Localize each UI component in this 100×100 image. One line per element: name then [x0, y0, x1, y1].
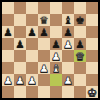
square-g3[interactable] [74, 62, 86, 74]
square-a3[interactable] [2, 62, 14, 74]
white-pawn-piece[interactable]: ♟ [62, 38, 74, 50]
black-pawn-piece[interactable]: ♟ [62, 26, 74, 38]
square-g5[interactable]: ♟ [74, 38, 86, 50]
square-d8[interactable] [38, 2, 50, 14]
square-d2[interactable] [38, 74, 50, 86]
square-f4[interactable] [62, 50, 74, 62]
square-g6[interactable] [74, 26, 86, 38]
square-a5[interactable] [2, 38, 14, 50]
square-e1[interactable] [50, 86, 62, 98]
square-b2[interactable]: ♟ [14, 74, 26, 86]
square-h8[interactable] [86, 2, 98, 14]
square-h2[interactable] [86, 74, 98, 86]
square-c7[interactable] [26, 14, 38, 26]
square-e8[interactable] [50, 2, 62, 14]
square-g2[interactable] [74, 74, 86, 86]
square-a6[interactable]: ♟ [2, 26, 14, 38]
square-a1[interactable] [2, 86, 14, 98]
square-b4[interactable] [14, 50, 26, 62]
square-g8[interactable] [74, 2, 86, 14]
square-c5[interactable] [26, 38, 38, 50]
square-c3[interactable] [26, 62, 38, 74]
square-c4[interactable] [26, 50, 38, 62]
square-a8[interactable] [2, 2, 14, 14]
square-b1[interactable] [14, 86, 26, 98]
square-c6[interactable]: ♟ [26, 26, 38, 38]
square-h5[interactable] [86, 38, 98, 50]
black-pawn-piece[interactable]: ♟ [50, 38, 62, 50]
white-king-piece[interactable]: ♚ [86, 86, 98, 98]
black-pawn-piece[interactable]: ♟ [74, 38, 86, 50]
chess-board: ♛♝♚♟♟♟♟♟♟♟♟♟♛♟♝♟♟♟♟♚ [2, 2, 98, 98]
square-d4[interactable] [38, 50, 50, 62]
square-b7[interactable] [14, 14, 26, 26]
square-d7[interactable]: ♛ [38, 14, 50, 26]
square-b3[interactable] [14, 62, 26, 74]
square-e2[interactable] [50, 74, 62, 86]
square-d3[interactable]: ♟ [38, 62, 50, 74]
square-e5[interactable]: ♟ [50, 38, 62, 50]
square-a4[interactable] [2, 50, 14, 62]
square-d6[interactable]: ♟ [38, 26, 50, 38]
white-bishop-piece[interactable]: ♝ [50, 62, 62, 74]
white-pawn-piece[interactable]: ♟ [38, 62, 50, 74]
square-h3[interactable] [86, 62, 98, 74]
square-b8[interactable] [14, 2, 26, 14]
square-h7[interactable] [86, 14, 98, 26]
square-f1[interactable] [62, 86, 74, 98]
square-a7[interactable] [2, 14, 14, 26]
black-pawn-piece[interactable]: ♟ [2, 26, 14, 38]
square-g1[interactable] [74, 86, 86, 98]
square-d5[interactable] [38, 38, 50, 50]
black-bishop-piece[interactable]: ♝ [62, 14, 74, 26]
black-queen-piece[interactable]: ♛ [38, 14, 50, 26]
square-c8[interactable] [26, 2, 38, 14]
square-h6[interactable] [86, 26, 98, 38]
square-h1[interactable]: ♚ [86, 86, 98, 98]
white-pawn-piece[interactable]: ♟ [26, 74, 38, 86]
white-pawn-piece[interactable]: ♟ [50, 50, 62, 62]
white-queen-piece[interactable]: ♛ [74, 50, 86, 62]
black-king-piece[interactable]: ♚ [74, 14, 86, 26]
board-frame: ♛♝♚♟♟♟♟♟♟♟♟♟♛♟♝♟♟♟♟♚ [0, 0, 100, 100]
square-e6[interactable] [50, 26, 62, 38]
white-pawn-piece[interactable]: ♟ [2, 74, 14, 86]
square-e4[interactable]: ♟ [50, 50, 62, 62]
square-b6[interactable] [14, 26, 26, 38]
square-d1[interactable] [38, 86, 50, 98]
square-g7[interactable]: ♚ [74, 14, 86, 26]
black-pawn-piece[interactable]: ♟ [26, 26, 38, 38]
square-a2[interactable]: ♟ [2, 74, 14, 86]
square-f2[interactable]: ♟ [62, 74, 74, 86]
square-c1[interactable] [26, 86, 38, 98]
square-f6[interactable]: ♟ [62, 26, 74, 38]
white-pawn-piece[interactable]: ♟ [14, 74, 26, 86]
square-f3[interactable] [62, 62, 74, 74]
square-f8[interactable] [62, 2, 74, 14]
black-pawn-piece[interactable]: ♟ [38, 26, 50, 38]
square-e3[interactable]: ♝ [50, 62, 62, 74]
white-pawn-piece[interactable]: ♟ [62, 74, 74, 86]
black-pawn-piece[interactable]: ♟ [14, 38, 26, 50]
square-f7[interactable]: ♝ [62, 14, 74, 26]
square-c2[interactable]: ♟ [26, 74, 38, 86]
square-e7[interactable] [50, 14, 62, 26]
square-g4[interactable]: ♛ [74, 50, 86, 62]
square-h4[interactable] [86, 50, 98, 62]
square-b5[interactable]: ♟ [14, 38, 26, 50]
square-f5[interactable]: ♟ [62, 38, 74, 50]
